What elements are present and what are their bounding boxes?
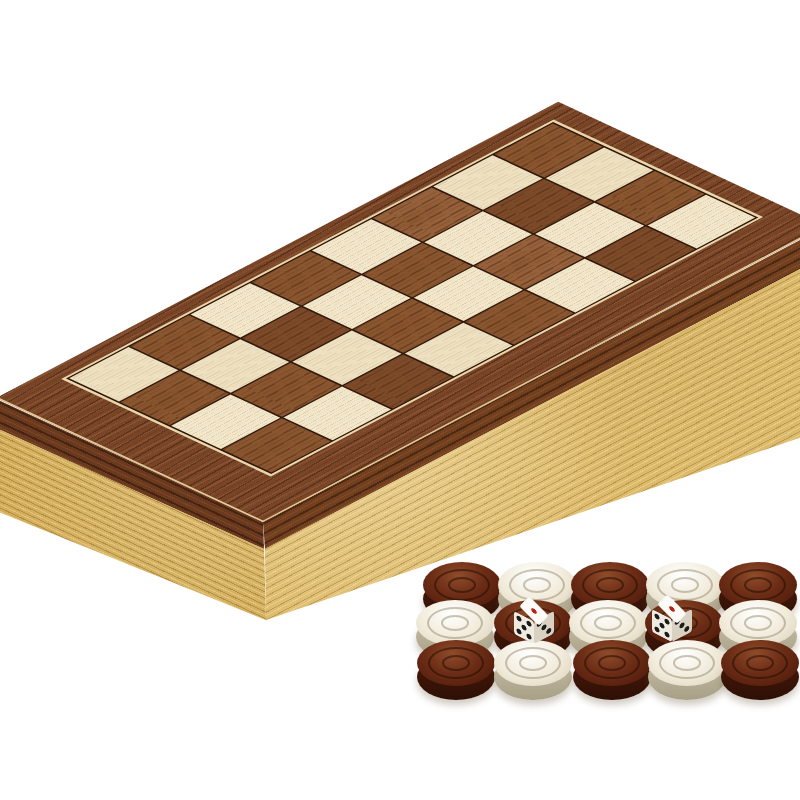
checker-brown xyxy=(417,640,495,704)
checker-brown xyxy=(721,640,799,704)
checker-face xyxy=(721,640,799,686)
checker-white xyxy=(648,640,726,704)
checker-face xyxy=(417,640,495,686)
checker-white xyxy=(494,640,572,704)
checker-brown xyxy=(573,640,651,704)
checker-face xyxy=(494,640,572,686)
checker-face xyxy=(573,640,651,686)
die-1 xyxy=(512,596,556,644)
checker-face xyxy=(648,640,726,686)
product-photo-stage xyxy=(0,0,800,800)
die-2 xyxy=(650,594,694,642)
